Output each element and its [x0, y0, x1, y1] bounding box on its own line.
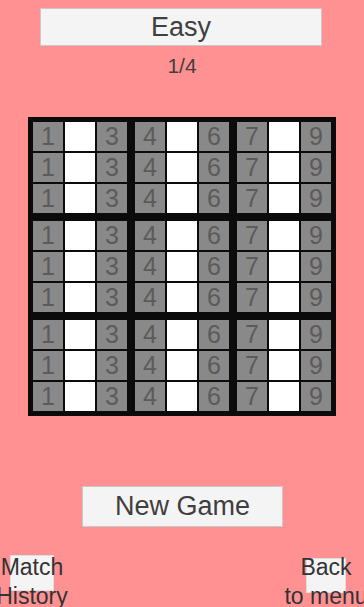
- match-history-button[interactable]: Match History: [10, 555, 54, 591]
- cell-r7c1: 1: [33, 320, 63, 349]
- cell-r2c7: 7: [237, 153, 267, 182]
- cell-r4c9: 9: [301, 221, 331, 250]
- cell-r4c2[interactable]: [65, 221, 95, 250]
- sudoku-block-6: 797979: [237, 221, 331, 312]
- cell-r1c5[interactable]: [167, 122, 197, 151]
- cell-r1c7: 7: [237, 122, 267, 151]
- cell-r8c9: 9: [301, 351, 331, 380]
- cell-r7c5[interactable]: [167, 320, 197, 349]
- cell-r1c8[interactable]: [269, 122, 299, 151]
- cell-r7c6: 6: [199, 320, 229, 349]
- cell-r6c4: 4: [135, 283, 165, 312]
- cell-r2c4: 4: [135, 153, 165, 182]
- cell-r7c4: 4: [135, 320, 165, 349]
- cell-r2c6: 6: [199, 153, 229, 182]
- cell-r6c3: 3: [97, 283, 127, 312]
- match-history-label-line2: History: [0, 582, 97, 607]
- cell-r6c5[interactable]: [167, 283, 197, 312]
- cell-r9c4: 4: [135, 382, 165, 411]
- cell-r3c5[interactable]: [167, 184, 197, 213]
- cell-r5c4: 4: [135, 252, 165, 281]
- sudoku-block-2: 464646: [135, 122, 229, 213]
- cell-r9c1: 1: [33, 382, 63, 411]
- cell-r2c5[interactable]: [167, 153, 197, 182]
- cell-r9c8[interactable]: [269, 382, 299, 411]
- cell-r3c1: 1: [33, 184, 63, 213]
- cell-r5c1: 1: [33, 252, 63, 281]
- cell-r6c1: 1: [33, 283, 63, 312]
- cell-r8c3: 3: [97, 351, 127, 380]
- cell-r2c9: 9: [301, 153, 331, 182]
- cell-r6c9: 9: [301, 283, 331, 312]
- cell-r3c7: 7: [237, 184, 267, 213]
- cell-r9c6: 6: [199, 382, 229, 411]
- cell-r5c8[interactable]: [269, 252, 299, 281]
- cell-r9c2[interactable]: [65, 382, 95, 411]
- cell-r1c6: 6: [199, 122, 229, 151]
- cell-r2c2[interactable]: [65, 153, 95, 182]
- sudoku-app: { "game": "sudoku", "position": "1.34.67…: [0, 0, 364, 607]
- cell-r2c3: 3: [97, 153, 127, 182]
- cell-r4c1: 1: [33, 221, 63, 250]
- cell-r7c7: 7: [237, 320, 267, 349]
- cell-r8c4: 4: [135, 351, 165, 380]
- cell-r5c5[interactable]: [167, 252, 197, 281]
- cell-r5c2[interactable]: [65, 252, 95, 281]
- cell-r4c6: 6: [199, 221, 229, 250]
- back-to-menu-button[interactable]: Back to menu: [306, 558, 346, 593]
- cell-r8c6: 6: [199, 351, 229, 380]
- cell-r9c5[interactable]: [167, 382, 197, 411]
- cell-r4c3: 3: [97, 221, 127, 250]
- cell-r5c6: 6: [199, 252, 229, 281]
- cell-r1c3: 3: [97, 122, 127, 151]
- cell-r1c2[interactable]: [65, 122, 95, 151]
- sudoku-block-7: 131313: [33, 320, 127, 411]
- sudoku-board: 1313134646467979791313134646467979791313…: [28, 117, 336, 416]
- cell-r6c8[interactable]: [269, 283, 299, 312]
- cell-r8c2[interactable]: [65, 351, 95, 380]
- back-to-menu-label-line1: Back: [261, 553, 364, 582]
- cell-r8c8[interactable]: [269, 351, 299, 380]
- new-game-button[interactable]: New Game: [82, 486, 283, 527]
- cell-r8c5[interactable]: [167, 351, 197, 380]
- sudoku-block-4: 131313: [33, 221, 127, 312]
- sudoku-block-9: 797979: [237, 320, 331, 411]
- cell-r3c4: 4: [135, 184, 165, 213]
- back-to-menu-label-line2: to menu: [261, 582, 364, 607]
- difficulty-button[interactable]: Easy: [40, 8, 322, 46]
- puzzle-progress: 1/4: [0, 54, 364, 78]
- cell-r9c9: 9: [301, 382, 331, 411]
- cell-r1c4: 4: [135, 122, 165, 151]
- cell-r5c3: 3: [97, 252, 127, 281]
- sudoku-block-1: 131313: [33, 122, 127, 213]
- cell-r2c8[interactable]: [269, 153, 299, 182]
- cell-r1c1: 1: [33, 122, 63, 151]
- sudoku-block-3: 797979: [237, 122, 331, 213]
- cell-r3c3: 3: [97, 184, 127, 213]
- cell-r4c7: 7: [237, 221, 267, 250]
- cell-r8c7: 7: [237, 351, 267, 380]
- cell-r3c6: 6: [199, 184, 229, 213]
- cell-r9c7: 7: [237, 382, 267, 411]
- cell-r4c5[interactable]: [167, 221, 197, 250]
- cell-r2c1: 1: [33, 153, 63, 182]
- sudoku-block-5: 464646: [135, 221, 229, 312]
- cell-r7c2[interactable]: [65, 320, 95, 349]
- cell-r6c7: 7: [237, 283, 267, 312]
- cell-r4c8[interactable]: [269, 221, 299, 250]
- cell-r5c9: 9: [301, 252, 331, 281]
- cell-r1c9: 9: [301, 122, 331, 151]
- cell-r7c8[interactable]: [269, 320, 299, 349]
- cell-r6c2[interactable]: [65, 283, 95, 312]
- cell-r3c8[interactable]: [269, 184, 299, 213]
- cell-r6c6: 6: [199, 283, 229, 312]
- cell-r3c2[interactable]: [65, 184, 95, 213]
- sudoku-block-8: 464646: [135, 320, 229, 411]
- cell-r9c3: 3: [97, 382, 127, 411]
- match-history-label: Match History: [0, 553, 97, 607]
- cell-r3c9: 9: [301, 184, 331, 213]
- cell-r5c7: 7: [237, 252, 267, 281]
- cell-r8c1: 1: [33, 351, 63, 380]
- match-history-label-line1: Match: [0, 553, 97, 582]
- back-to-menu-label: Back to menu: [261, 553, 364, 607]
- cell-r7c3: 3: [97, 320, 127, 349]
- cell-r4c4: 4: [135, 221, 165, 250]
- cell-r7c9: 9: [301, 320, 331, 349]
